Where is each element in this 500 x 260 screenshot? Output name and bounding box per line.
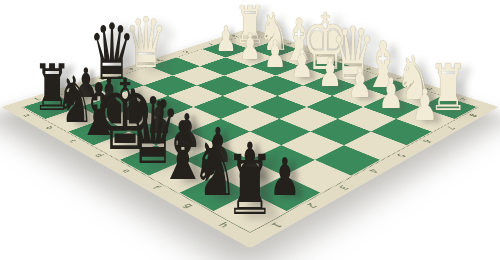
rank-label-right-8: 8 xyxy=(464,112,481,119)
rank-label-right-7: 7 xyxy=(442,124,460,132)
chess-board: aabbccddeeffgghh8877665544332211 xyxy=(1,28,499,248)
rank-label-right-6: 6 xyxy=(417,137,436,145)
rank-label-right-4: 4 xyxy=(363,166,383,176)
rank-label-right-5: 5 xyxy=(391,151,410,160)
chess-set-photo: aabbccddeeffgghh8877665544332211 ♜♞♝♚♛♝♞… xyxy=(0,0,500,260)
rank-label-right-3: 3 xyxy=(333,182,354,192)
